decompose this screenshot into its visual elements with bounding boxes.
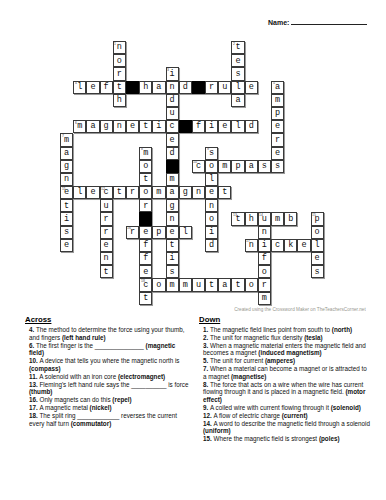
name-line: Name:	[268, 17, 367, 26]
crossword-worksheet-page: { "game": "crossword", "title": "Magneti…	[0, 0, 386, 500]
cell-r17c9	[179, 265, 192, 278]
cell-r12c10	[192, 199, 205, 212]
clue-item: 3. When a magnetic material enters the m…	[199, 342, 370, 358]
cell-r1c15	[258, 54, 271, 67]
cell-r15c16: c	[271, 239, 284, 252]
cell-r0c19	[311, 41, 324, 54]
cell-r1c16	[271, 54, 284, 67]
cell-r3c18	[297, 81, 310, 94]
cell-r19c0	[60, 292, 73, 305]
cell-r17c10	[192, 265, 205, 278]
cell-r2c5	[126, 67, 139, 80]
cell-r7c13	[231, 133, 244, 146]
cell-r7c4	[113, 133, 126, 146]
cell-r6c18	[297, 120, 310, 133]
cell-r9c2	[86, 160, 99, 173]
cell-r6c5: e	[126, 120, 139, 133]
cell-r4c16: m	[271, 94, 284, 107]
cell-r1c5	[126, 54, 139, 67]
cell-r10c1	[73, 173, 86, 186]
cell-r19c3	[100, 292, 113, 305]
cell-r0c2	[86, 41, 99, 54]
cell-r14c1	[73, 226, 86, 239]
clue-item: 12. A flow of electric charge (current)	[199, 412, 370, 420]
cell-r8c11: 9s	[205, 147, 218, 160]
cell-r16c6: f	[139, 252, 152, 265]
cell-r4c6	[139, 94, 152, 107]
cell-r9c5	[126, 160, 139, 173]
cell-r16c2	[86, 252, 99, 265]
cell-r11c7: m	[152, 186, 165, 199]
cell-r8c6: 8m	[139, 147, 152, 160]
cell-r14c15: n	[258, 226, 271, 239]
clue-item: 8. The force that acts on a wire when th…	[199, 381, 370, 404]
cell-r19c14	[245, 292, 258, 305]
cell-r0c11	[205, 41, 218, 54]
cell-r15c19: l	[311, 239, 324, 252]
cell-r14c10	[192, 226, 205, 239]
cell-r7c10	[192, 133, 205, 146]
cell-r6c7: i	[152, 120, 165, 133]
cell-r10c6: t	[139, 173, 152, 186]
cell-r18c5	[126, 278, 139, 291]
clue-item: 15. Where the magnetic field is stronges…	[199, 435, 370, 443]
cell-r12c4	[113, 199, 126, 212]
cell-r2c8: 3i	[166, 67, 179, 80]
cell-r2c11	[205, 67, 218, 80]
cell-r17c16	[271, 265, 284, 278]
cell-r9c9	[179, 160, 192, 173]
cell-r15c1	[73, 239, 86, 252]
cell-r13c18	[297, 212, 310, 225]
cell-r1c14	[245, 54, 258, 67]
cell-r18c1	[73, 278, 86, 291]
cell-r8c4	[113, 147, 126, 160]
cell-r1c1	[73, 54, 86, 67]
cell-r7c1	[73, 133, 86, 146]
cell-r14c0: s	[60, 226, 73, 239]
cell-r6c6: t	[139, 120, 152, 133]
cell-r19c9	[179, 292, 192, 305]
cell-r18c6: 18c	[139, 278, 152, 291]
cell-r11c1: l	[73, 186, 86, 199]
down-clues-section: Down 1. The magnetic field lines point f…	[199, 315, 370, 443]
clue-number: 3	[167, 68, 169, 71]
cell-r0c16	[271, 41, 284, 54]
cell-r7c15	[258, 133, 271, 146]
cell-r6c1: 6m	[73, 120, 86, 133]
clue-number: 10	[193, 160, 197, 163]
cell-r17c17	[284, 265, 297, 278]
cell-r9c15: s	[258, 160, 271, 173]
black-cell-r3c5	[126, 81, 139, 94]
cell-r13c1	[73, 212, 86, 225]
cell-r5c13	[231, 107, 244, 120]
cell-r10c18	[297, 173, 310, 186]
cell-r3c11: r	[205, 81, 218, 94]
cell-r8c2	[86, 147, 99, 160]
cell-r12c14	[245, 199, 258, 212]
cell-r1c4: o	[113, 54, 126, 67]
cell-r15c17: k	[284, 239, 297, 252]
cell-r14c6: e	[139, 226, 152, 239]
cell-r9c18	[297, 160, 310, 173]
cell-r17c14	[245, 265, 258, 278]
cell-r10c0: n	[60, 173, 73, 186]
cell-r9c10: 10c	[192, 160, 205, 173]
cell-r7c6	[139, 133, 152, 146]
cell-r9c11: o	[205, 160, 218, 173]
clue-number: 4	[75, 81, 77, 84]
cell-r2c1	[73, 67, 86, 80]
cell-r19c15: m	[258, 292, 271, 305]
across-clue-list: 4. The method to determine the force usi…	[25, 326, 191, 427]
cell-r15c11: d	[205, 239, 218, 252]
clue-number: 16	[127, 226, 131, 229]
cell-r17c15: o	[258, 265, 271, 278]
cell-r16c12	[218, 252, 231, 265]
cell-r7c5	[126, 133, 139, 146]
cell-r13c12	[218, 212, 231, 225]
cell-r14c17	[284, 226, 297, 239]
cell-r6c13: l	[231, 120, 244, 133]
cell-r2c10	[192, 67, 205, 80]
cell-r14c19: o	[311, 226, 324, 239]
cell-r2c12	[218, 67, 231, 80]
clue-item: 7. When a material can become a magnet o…	[199, 365, 370, 381]
cell-r18c4	[113, 278, 126, 291]
cell-r19c1	[73, 292, 86, 305]
cell-r5c4	[113, 107, 126, 120]
cell-r16c16	[271, 252, 284, 265]
cell-r12c18	[297, 199, 310, 212]
cell-r6c11: i	[205, 120, 218, 133]
black-cell-r9c8	[166, 160, 179, 173]
cell-r1c3	[100, 54, 113, 67]
cell-r16c7	[152, 252, 165, 265]
cell-r18c0	[60, 278, 73, 291]
clue-number: 8	[141, 147, 143, 150]
cell-r8c10	[192, 147, 205, 160]
cell-r17c5	[126, 265, 139, 278]
cell-r16c8: i	[166, 252, 179, 265]
cell-r18c18	[297, 278, 310, 291]
cell-r4c3	[100, 94, 113, 107]
cell-r17c4	[113, 265, 126, 278]
cell-r6c8: c	[166, 120, 179, 133]
cell-r15c7	[152, 239, 165, 252]
cell-r10c7	[152, 173, 165, 186]
cell-r17c12	[218, 265, 231, 278]
cell-r12c7	[152, 199, 165, 212]
cell-r7c3	[100, 133, 113, 146]
cell-r11c9: g	[179, 186, 192, 199]
cell-r7c2	[86, 133, 99, 146]
cell-r13c16: m	[271, 212, 284, 225]
cell-r3c0	[60, 81, 73, 94]
cell-r8c14	[245, 147, 258, 160]
cell-r5c8: u	[166, 107, 179, 120]
cell-r0c5	[126, 41, 139, 54]
cell-r4c18	[297, 94, 310, 107]
cell-r18c16	[271, 278, 284, 291]
cell-r3c7: a	[152, 81, 165, 94]
cell-r5c1	[73, 107, 86, 120]
cell-r12c2	[86, 199, 99, 212]
cell-r4c19	[311, 94, 324, 107]
cell-r18c11: t	[205, 278, 218, 291]
cell-r9c6: o	[139, 160, 152, 173]
cell-r8c15	[258, 147, 271, 160]
black-cell-r3c10	[192, 81, 205, 94]
cell-r8c12	[218, 147, 231, 160]
cell-r13c11: o	[205, 212, 218, 225]
cell-r5c6	[139, 107, 152, 120]
cell-r4c9	[179, 94, 192, 107]
cell-r10c15	[258, 173, 271, 186]
cell-r8c8: d	[166, 147, 179, 160]
cell-r6c14: d	[245, 120, 258, 133]
cell-r17c1	[73, 265, 86, 278]
cell-r19c13	[231, 292, 244, 305]
cell-r11c13	[231, 186, 244, 199]
cell-r11c11: e	[205, 186, 218, 199]
cell-r14c13	[231, 226, 244, 239]
cell-r17c0	[60, 265, 73, 278]
cell-r19c19	[311, 292, 324, 305]
cell-r11c10: n	[192, 186, 205, 199]
cell-r1c13: e	[231, 54, 244, 67]
cell-r0c14	[245, 41, 258, 54]
cell-r11c0: 11e	[60, 186, 73, 199]
cell-r4c14	[245, 94, 258, 107]
cell-r14c5: 16r	[126, 226, 139, 239]
cell-r10c12	[218, 173, 231, 186]
cell-r9c19	[311, 160, 324, 173]
cell-r8c0: a	[60, 147, 73, 160]
crossword-grid: 1n2toer3is4lefthandrule5ahdamup6magnetic…	[60, 41, 324, 305]
clue-item: 11. A solenoid with an iron core (electr…	[25, 373, 191, 381]
cell-r18c13: t	[231, 278, 244, 291]
cell-r4c13: a	[231, 94, 244, 107]
cell-r15c14: 17n	[245, 239, 258, 252]
cell-r19c16	[271, 292, 284, 305]
cell-r12c5	[126, 199, 139, 212]
cell-r6c16: e	[271, 120, 284, 133]
cell-r13c17: b	[284, 212, 297, 225]
cell-r6c17	[284, 120, 297, 133]
cell-r5c0	[60, 107, 73, 120]
cell-r2c17	[284, 67, 297, 80]
cell-r19c18	[297, 292, 310, 305]
cell-r14c7: p	[152, 226, 165, 239]
cell-r3c16: 5a	[271, 81, 284, 94]
cell-r8c19	[311, 147, 324, 160]
cell-r12c8: g	[166, 199, 179, 212]
cell-r11c12: t	[218, 186, 231, 199]
cell-r12c13	[231, 199, 244, 212]
cell-r13c4	[113, 212, 126, 225]
cell-r18c17	[284, 278, 297, 291]
cell-r1c18	[297, 54, 310, 67]
cell-r1c7	[152, 54, 165, 67]
clue-number: 14	[259, 213, 263, 216]
cell-r8c17	[284, 147, 297, 160]
cell-r13c7	[152, 212, 165, 225]
cell-r11c5: r	[126, 186, 139, 199]
clue-number: 13	[233, 213, 237, 216]
cell-r5c10	[192, 107, 205, 120]
cell-r19c10	[192, 292, 205, 305]
cell-r0c17	[284, 41, 297, 54]
cell-r4c4: h	[113, 94, 126, 107]
cell-r7c8: e	[166, 133, 179, 146]
cell-r14c18	[297, 226, 310, 239]
cell-r2c9	[179, 67, 192, 80]
cell-r11c2: e	[86, 186, 99, 199]
cell-r3c9: d	[179, 81, 192, 94]
cell-r3c14: e	[245, 81, 258, 94]
cell-r18c14: o	[245, 278, 258, 291]
cell-r0c15	[258, 41, 271, 54]
cell-r1c9	[179, 54, 192, 67]
cell-r8c13	[231, 147, 244, 160]
cell-r11c4: t	[113, 186, 126, 199]
cell-r13c14: h	[245, 212, 258, 225]
cell-r17c2	[86, 265, 99, 278]
cell-r0c8	[166, 41, 179, 54]
cell-r13c5	[126, 212, 139, 225]
cell-r11c6: o	[139, 186, 152, 199]
cell-r4c0	[60, 94, 73, 107]
clue-item: 18. The split ring ____________ reverses…	[25, 412, 191, 428]
cell-r10c14	[245, 173, 258, 186]
cell-r10c2	[86, 173, 99, 186]
cell-r2c6	[139, 67, 152, 80]
cell-r2c13: s	[231, 67, 244, 80]
cell-r15c13	[231, 239, 244, 252]
cell-r0c18	[297, 41, 310, 54]
cell-r7c14	[245, 133, 258, 146]
cell-r12c17	[284, 199, 297, 212]
across-clues-section: Across 4. The method to determine the fo…	[25, 315, 191, 427]
cell-r13c19: 15p	[311, 212, 324, 225]
cell-r8c3	[100, 147, 113, 160]
cell-r12c3: u	[100, 199, 113, 212]
cell-r1c2	[86, 54, 99, 67]
cell-r19c6: t	[139, 292, 152, 305]
cell-r5c11	[205, 107, 218, 120]
cell-r2c16	[271, 67, 284, 80]
cell-r2c4: r	[113, 67, 126, 80]
cell-r13c2	[86, 212, 99, 225]
cell-r15c3: e	[100, 239, 113, 252]
cell-r9c1	[73, 160, 86, 173]
cell-r19c8	[166, 292, 179, 305]
cell-r7c19	[311, 133, 324, 146]
cell-r0c3	[100, 41, 113, 54]
cell-r5c15	[258, 107, 271, 120]
cell-r16c0	[60, 252, 73, 265]
cell-r15c5	[126, 239, 139, 252]
cell-r0c7	[152, 41, 165, 54]
cell-r14c4	[113, 226, 126, 239]
cell-r19c11	[205, 292, 218, 305]
cell-r2c18	[297, 67, 310, 80]
cell-r1c11	[205, 54, 218, 67]
cell-r16c11	[205, 252, 218, 265]
cell-r9c12: m	[218, 160, 231, 173]
cell-r6c12: e	[218, 120, 231, 133]
cell-r7c17	[284, 133, 297, 146]
cell-r8c18	[297, 147, 310, 160]
cell-r16c3: n	[100, 252, 113, 265]
cell-r2c19	[311, 67, 324, 80]
cell-r12c11: n	[205, 199, 218, 212]
cell-r7c12	[218, 133, 231, 146]
cell-r15c9	[179, 239, 192, 252]
cell-r11c14	[245, 186, 258, 199]
cell-r8c9	[179, 147, 192, 160]
name-label: Name:	[268, 19, 289, 26]
cell-r18c8: m	[166, 278, 179, 291]
black-cell-r13c6	[139, 212, 152, 225]
cell-r7c16: r	[271, 133, 284, 146]
cell-r4c17	[284, 94, 297, 107]
cell-r6c3: g	[100, 120, 113, 133]
cell-r6c2: a	[86, 120, 99, 133]
clue-item: 14. A word to describe the magnetic fiel…	[199, 420, 370, 436]
cell-r5c16: p	[271, 107, 284, 120]
cell-r15c15: i	[258, 239, 271, 252]
cell-r7c0: 7m	[60, 133, 73, 146]
cell-r4c7	[152, 94, 165, 107]
cell-r19c5	[126, 292, 139, 305]
clue-number: 15	[312, 213, 316, 216]
cell-r16c15: f	[258, 252, 271, 265]
cell-r16c17	[284, 252, 297, 265]
cell-r12c12	[218, 199, 231, 212]
cell-r12c15	[258, 199, 271, 212]
cell-r18c15: r	[258, 278, 271, 291]
cell-r4c8: d	[166, 94, 179, 107]
cell-r2c14	[245, 67, 258, 80]
cell-r3c1: 4l	[73, 81, 86, 94]
cell-r17c19: s	[311, 265, 324, 278]
cell-r16c4	[113, 252, 126, 265]
cell-r0c6	[139, 41, 152, 54]
cell-r19c17	[284, 292, 297, 305]
cell-r12c16	[271, 199, 284, 212]
cell-r6c4: n	[113, 120, 126, 133]
clue-number: 18	[141, 279, 145, 282]
clue-item: 16. Only magnets can do this (repel)	[25, 396, 191, 404]
cell-r2c0	[60, 67, 73, 80]
cell-r10c11: l	[205, 173, 218, 186]
cell-r4c5	[126, 94, 139, 107]
cell-r13c8: n	[166, 212, 179, 225]
cell-r15c8: t	[166, 239, 179, 252]
cell-r1c0	[60, 54, 73, 67]
cell-r15c4	[113, 239, 126, 252]
cell-r9c4	[113, 160, 126, 173]
cell-r5c9	[179, 107, 192, 120]
cell-r1c8	[166, 54, 179, 67]
cell-r0c9	[179, 41, 192, 54]
cell-r19c12	[218, 292, 231, 305]
cell-r3c2: e	[86, 81, 99, 94]
cell-r4c10	[192, 94, 205, 107]
